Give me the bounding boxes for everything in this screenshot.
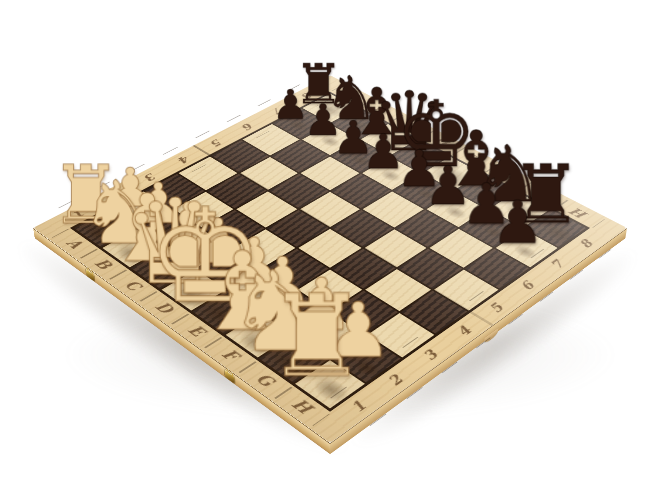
white-pawn-glyph: ♟ <box>140 211 295 273</box>
studio-backdrop: ABCDEFGH ABCDEFGH 87654321 87654321 ♜♞♝♛… <box>0 0 655 481</box>
board-scene: ABCDEFGH ABCDEFGH 87654321 87654321 ♜♞♝♛… <box>120 18 540 438</box>
white-knight-glyph: ♞ <box>182 257 371 368</box>
white-pawn-glyph: ♟ <box>196 248 368 317</box>
chess-board: ABCDEFGH ABCDEFGH 87654321 87654321 ♜♞♝♛… <box>33 75 627 443</box>
seam-notch <box>484 328 499 345</box>
